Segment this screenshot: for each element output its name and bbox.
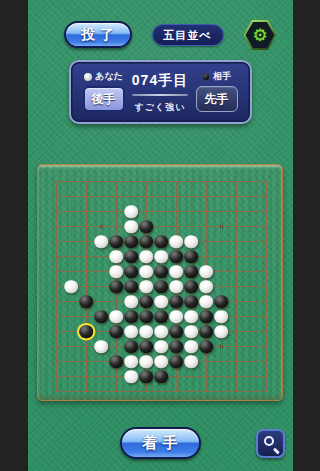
intersection-8-4[interactable] [169,234,184,249]
white-stone [64,280,78,294]
white-stone [139,250,153,264]
black-stone [124,280,138,294]
intersection-13-3[interactable] [244,219,259,234]
you-label: あなた [95,70,123,83]
intersection-1-3[interactable] [64,219,79,234]
intersection-3-9[interactable] [94,309,109,324]
white-stone [154,250,168,264]
intersection-4-2[interactable] [109,204,124,219]
intersection-10-7[interactable] [199,279,214,294]
intersection-12-9[interactable] [229,309,244,324]
intersection-11-6[interactable] [214,264,229,279]
intersection-5-0[interactable] [124,174,139,189]
intersection-3-5[interactable] [94,249,109,264]
intersection-12-13[interactable] [229,369,244,384]
intersection-9-2[interactable] [184,204,199,219]
intersection-13-6[interactable] [244,264,259,279]
intersection-14-12[interactable] [259,354,274,369]
intersection-0-9[interactable] [49,309,64,324]
intersection-13-5[interactable] [244,249,259,264]
black-stone [124,340,138,354]
intersection-13-7[interactable] [244,279,259,294]
intersection-14-0[interactable] [259,174,274,189]
intersection-14-10[interactable] [259,324,274,339]
intersection-6-2[interactable] [139,204,154,219]
intersection-3-1[interactable] [94,189,109,204]
intersection-0-7[interactable] [49,279,64,294]
intersection-8-2[interactable] [169,204,184,219]
intersection-13-14[interactable] [244,384,259,399]
your-stone-color-dot [84,73,92,81]
player-you: あなた 後手 [80,67,128,117]
intersection-10-3[interactable] [199,219,214,234]
intersection-6-12[interactable] [139,354,154,369]
intersection-13-9[interactable] [244,309,259,324]
intersection-7-11[interactable] [154,339,169,354]
intersection-9-8[interactable] [184,294,199,309]
intersection-9-13[interactable] [184,369,199,384]
intersection-12-11[interactable] [229,339,244,354]
intersection-1-13[interactable] [64,369,79,384]
intersection-8-0[interactable] [169,174,184,189]
intersection-11-1[interactable] [214,189,229,204]
intersection-10-12[interactable] [199,354,214,369]
intersection-6-5[interactable] [139,249,154,264]
intersection-11-9[interactable] [214,309,229,324]
intersection-10-1[interactable] [199,189,214,204]
intersection-12-5[interactable] [229,249,244,264]
intersection-8-11[interactable] [169,339,184,354]
intersection-11-0[interactable] [214,174,229,189]
intersection-6-8[interactable] [139,294,154,309]
intersection-14-4[interactable] [259,234,274,249]
black-stone [169,355,183,369]
intersection-11-2[interactable] [214,204,229,219]
intersection-3-7[interactable] [94,279,109,294]
intersection-10-4[interactable] [199,234,214,249]
intersection-12-6[interactable] [229,264,244,279]
intersection-5-4[interactable] [124,234,139,249]
intersection-2-14[interactable] [79,384,94,399]
intersection-8-3[interactable] [169,219,184,234]
intersection-4-3[interactable] [109,219,124,234]
intersection-7-13[interactable] [154,369,169,384]
intersection-10-6[interactable] [199,264,214,279]
intersection-1-14[interactable] [64,384,79,399]
intersection-10-10[interactable] [199,324,214,339]
intersection-12-14[interactable] [229,384,244,399]
intersection-1-9[interactable] [64,309,79,324]
intersection-13-13[interactable] [244,369,259,384]
intersection-5-6[interactable] [124,264,139,279]
gear-icon: ⚙ [252,27,267,44]
intersection-14-3[interactable] [259,219,274,234]
white-stone [94,235,108,249]
opponent-role-button[interactable]: 先手 [196,86,238,112]
white-stone [199,295,213,309]
intersection-1-11[interactable] [64,339,79,354]
intersection-2-3[interactable] [79,219,94,234]
hexagon-frame: ⚙ [244,20,277,50]
intersection-0-10[interactable] [49,324,64,339]
intersection-2-6[interactable] [79,264,94,279]
intersection-5-11[interactable] [124,339,139,354]
white-stone [109,310,123,324]
intersection-13-10[interactable] [244,324,259,339]
intersection-4-14[interactable] [109,384,124,399]
intersection-12-8[interactable] [229,294,244,309]
intersection-1-8[interactable] [64,294,79,309]
intersection-11-7[interactable] [214,279,229,294]
intersection-1-0[interactable] [64,174,79,189]
intersection-9-0[interactable] [184,174,199,189]
black-stone [169,340,183,354]
intersection-2-12[interactable] [79,354,94,369]
black-stone [109,280,123,294]
intersection-0-5[interactable] [49,249,64,264]
intersection-5-1[interactable] [124,189,139,204]
black-stone [139,310,153,324]
intersection-5-10[interactable] [124,324,139,339]
intersection-2-9[interactable] [79,309,94,324]
intersection-4-8[interactable] [109,294,124,309]
intersection-3-13[interactable] [94,369,109,384]
intersection-2-2[interactable] [79,204,94,219]
intersection-6-7[interactable] [139,279,154,294]
intersection-10-11[interactable] [199,339,214,354]
intersection-6-0[interactable] [139,174,154,189]
intersection-11-4[interactable] [214,234,229,249]
intersection-14-9[interactable] [259,309,274,324]
intersection-4-10[interactable] [109,324,124,339]
black-stone [154,235,168,249]
intersection-5-5[interactable] [124,249,139,264]
intersection-6-6[interactable] [139,264,154,279]
game-title-badge: 五目並べ [152,24,224,46]
board-grid [49,174,274,399]
intersection-14-11[interactable] [259,339,274,354]
white-stone [169,280,183,294]
intersection-14-14[interactable] [259,384,274,399]
black-stone [154,280,168,294]
app-screen: 投了 五目並べ ⚙ あなた 後手 074手目 すごく強い 相手 [28,0,293,471]
intersection-13-11[interactable] [244,339,259,354]
intersection-7-10[interactable] [154,324,169,339]
intersection-13-4[interactable] [244,234,259,249]
intersection-5-8[interactable] [124,294,139,309]
black-stone [184,280,198,294]
intersection-12-2[interactable] [229,204,244,219]
intersection-0-12[interactable] [49,354,64,369]
intersection-4-11[interactable] [109,339,124,354]
white-stone [214,310,228,324]
intersection-13-0[interactable] [244,174,259,189]
white-stone [199,280,213,294]
intersection-14-2[interactable] [259,204,274,219]
intersection-6-3[interactable] [139,219,154,234]
intersection-3-6[interactable] [94,264,109,279]
intersection-7-6[interactable] [154,264,169,279]
black-stone [109,355,123,369]
white-stone [169,265,183,279]
intersection-2-10[interactable] [79,324,94,339]
intersection-0-8[interactable] [49,294,64,309]
intersection-13-1[interactable] [244,189,259,204]
black-stone [139,235,153,249]
intersection-5-9[interactable] [124,309,139,324]
intersection-0-1[interactable] [49,189,64,204]
intersection-10-2[interactable] [199,204,214,219]
intersection-14-7[interactable] [259,279,274,294]
intersection-11-5[interactable] [214,249,229,264]
intersection-11-14[interactable] [214,384,229,399]
intersection-1-10[interactable] [64,324,79,339]
intersection-11-12[interactable] [214,354,229,369]
intersection-0-0[interactable] [49,174,64,189]
intersection-2-0[interactable] [79,174,94,189]
black-stone [184,295,198,309]
intersection-7-0[interactable] [154,174,169,189]
intersection-14-13[interactable] [259,369,274,384]
intersection-10-0[interactable] [199,174,214,189]
move-counter: 074手目 [132,72,188,90]
intersection-2-4[interactable] [79,234,94,249]
black-stone [79,325,93,339]
intersection-3-4[interactable] [94,234,109,249]
zoom-button[interactable] [256,429,285,458]
black-stone [124,235,138,249]
intersection-14-8[interactable] [259,294,274,309]
intersection-10-8[interactable] [199,294,214,309]
intersection-3-2[interactable] [94,204,109,219]
black-stone [199,325,213,339]
black-stone [169,295,183,309]
intersection-8-7[interactable] [169,279,184,294]
intersection-5-7[interactable] [124,279,139,294]
intersection-7-2[interactable] [154,204,169,219]
intersection-4-5[interactable] [109,249,124,264]
intersection-3-14[interactable] [94,384,109,399]
black-stone [79,295,93,309]
intersection-9-10[interactable] [184,324,199,339]
intersection-9-6[interactable] [184,264,199,279]
intersection-10-13[interactable] [199,369,214,384]
intersection-11-11[interactable] [214,339,229,354]
intersection-4-6[interactable] [109,264,124,279]
intersection-0-4[interactable] [49,234,64,249]
intersection-6-11[interactable] [139,339,154,354]
white-stone [184,340,198,354]
intersection-9-4[interactable] [184,234,199,249]
intersection-6-10[interactable] [139,324,154,339]
intersection-6-1[interactable] [139,189,154,204]
black-stone [184,265,198,279]
intersection-2-5[interactable] [79,249,94,264]
white-stone [184,355,198,369]
intersection-4-4[interactable] [109,234,124,249]
black-stone [109,325,123,339]
intersection-9-14[interactable] [184,384,199,399]
intersection-0-3[interactable] [49,219,64,234]
intersection-5-13[interactable] [124,369,139,384]
intersection-12-3[interactable] [229,219,244,234]
intersection-6-4[interactable] [139,234,154,249]
intersection-5-3[interactable] [124,219,139,234]
intersection-9-12[interactable] [184,354,199,369]
player-opponent: 相手 先手 [193,67,241,117]
intersection-7-3[interactable] [154,219,169,234]
intersection-7-8[interactable] [154,294,169,309]
intersection-7-9[interactable] [154,309,169,324]
intersection-4-1[interactable] [109,189,124,204]
intersection-8-13[interactable] [169,369,184,384]
intersection-7-5[interactable] [154,249,169,264]
intersection-3-8[interactable] [94,294,109,309]
intersection-0-2[interactable] [49,204,64,219]
white-stone [124,325,138,339]
intersection-8-6[interactable] [169,264,184,279]
intersection-8-1[interactable] [169,189,184,204]
intersection-8-9[interactable] [169,309,184,324]
white-stone [139,355,153,369]
black-stone [139,295,153,309]
intersection-2-8[interactable] [79,294,94,309]
intersection-4-12[interactable] [109,354,124,369]
intersection-0-11[interactable] [49,339,64,354]
white-stone [94,340,108,354]
intersection-14-6[interactable] [259,264,274,279]
intersection-13-12[interactable] [244,354,259,369]
intersection-7-1[interactable] [154,189,169,204]
black-stone [154,310,168,324]
intersection-2-1[interactable] [79,189,94,204]
gomoku-board [37,164,283,401]
intersection-2-11[interactable] [79,339,94,354]
black-stone [199,340,213,354]
resign-button[interactable]: 投了 [64,21,132,48]
intersection-3-12[interactable] [94,354,109,369]
intersection-11-10[interactable] [214,324,229,339]
intersection-8-10[interactable] [169,324,184,339]
intersection-8-12[interactable] [169,354,184,369]
intersection-1-7[interactable] [64,279,79,294]
intersection-11-8[interactable] [214,294,229,309]
white-stone [184,310,198,324]
intersection-8-8[interactable] [169,294,184,309]
intersection-1-6[interactable] [64,264,79,279]
intersection-14-5[interactable] [259,249,274,264]
intersection-10-9[interactable] [199,309,214,324]
divider [132,94,188,96]
place-move-button[interactable]: 着手 [120,427,201,459]
intersection-8-14[interactable] [169,384,184,399]
intersection-12-1[interactable] [229,189,244,204]
intersection-4-13[interactable] [109,369,124,384]
intersection-5-2[interactable] [124,204,139,219]
black-stone [139,340,153,354]
intersection-3-3[interactable] [94,219,109,234]
intersection-11-3[interactable] [214,219,229,234]
intersection-13-8[interactable] [244,294,259,309]
intersection-9-9[interactable] [184,309,199,324]
intersection-7-12[interactable] [154,354,169,369]
white-stone [199,265,213,279]
intersection-12-10[interactable] [229,324,244,339]
opponent-label: 相手 [213,70,231,83]
intersection-12-4[interactable] [229,234,244,249]
intersection-9-5[interactable] [184,249,199,264]
intersection-8-5[interactable] [169,249,184,264]
black-stone [124,250,138,264]
intersection-4-9[interactable] [109,309,124,324]
white-stone [139,325,153,339]
intersection-4-0[interactable] [109,174,124,189]
black-stone [169,250,183,264]
intersection-3-0[interactable] [94,174,109,189]
intersection-14-1[interactable] [259,189,274,204]
intersection-2-7[interactable] [79,279,94,294]
intersection-5-14[interactable] [124,384,139,399]
intersection-7-4[interactable] [154,234,169,249]
white-stone [139,265,153,279]
intersection-3-11[interactable] [94,339,109,354]
intersection-1-4[interactable] [64,234,79,249]
white-stone [214,325,228,339]
intersection-12-0[interactable] [229,174,244,189]
intersection-6-9[interactable] [139,309,154,324]
intersection-10-5[interactable] [199,249,214,264]
intersection-1-2[interactable] [64,204,79,219]
intersection-10-14[interactable] [199,384,214,399]
intersection-0-14[interactable] [49,384,64,399]
intersection-9-1[interactable] [184,189,199,204]
your-role-button[interactable]: 後手 [83,86,125,112]
intersection-9-7[interactable] [184,279,199,294]
black-stone [154,370,168,384]
intersection-3-10[interactable] [94,324,109,339]
intersection-1-5[interactable] [64,249,79,264]
intersection-6-14[interactable] [139,384,154,399]
white-stone [184,325,198,339]
intersection-5-12[interactable] [124,354,139,369]
intersection-7-14[interactable] [154,384,169,399]
intersection-11-13[interactable] [214,369,229,384]
intersection-6-13[interactable] [139,369,154,384]
intersection-12-7[interactable] [229,279,244,294]
intersection-12-12[interactable] [229,354,244,369]
white-stone [154,325,168,339]
intersection-4-7[interactable] [109,279,124,294]
intersection-2-13[interactable] [79,369,94,384]
settings-button[interactable]: ⚙ [244,20,277,50]
game-title: 五目並べ [163,28,211,43]
intersection-1-12[interactable] [64,354,79,369]
intersection-1-1[interactable] [64,189,79,204]
white-stone [154,295,168,309]
white-stone [169,310,183,324]
white-stone [169,235,183,249]
intersection-13-2[interactable] [244,204,259,219]
black-stone [169,325,183,339]
place-move-label: 着手 [138,434,183,453]
intersection-0-13[interactable] [49,369,64,384]
intersection-9-11[interactable] [184,339,199,354]
intersection-7-7[interactable] [154,279,169,294]
intersection-0-6[interactable] [49,264,64,279]
white-stone [124,205,138,219]
intersection-9-3[interactable] [184,219,199,234]
black-stone [199,310,213,324]
